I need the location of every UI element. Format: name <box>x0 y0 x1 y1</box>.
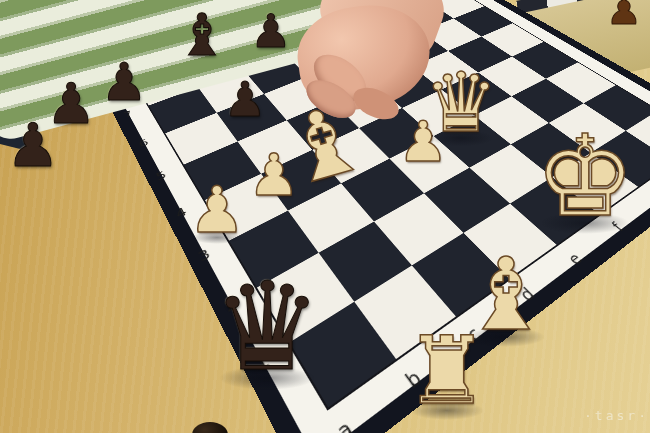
photo-stage: 12345678abcdefgh ♝♟♟♟♟♟♟♟♟♛♛♜♝♚♝♟ ·tasr· <box>0 0 650 433</box>
rank-label-5: 5 <box>146 164 176 188</box>
black-pawn-a6: ♟ <box>0 115 66 175</box>
white-king-e1: ♚ <box>523 120 646 232</box>
background-board-pawn: ♟ <box>602 0 646 30</box>
white-rook-b1: ♜ <box>395 324 498 418</box>
black-bishop-c8: ♝ <box>170 6 234 64</box>
rank-label-6: 6 <box>129 133 157 154</box>
black-pawn-f7: ♟ <box>246 8 297 54</box>
white-pawn-f5: ♟ <box>392 114 454 170</box>
black-queen-b3: ♛ <box>200 266 334 388</box>
tasr-watermark: ·tasr· <box>584 408 649 423</box>
white-pawn-c5: ♟ <box>182 178 252 242</box>
black-pawn-b7: ♟ <box>95 56 152 108</box>
file-label-a: a <box>321 405 368 433</box>
file-label-e: e <box>555 243 593 275</box>
